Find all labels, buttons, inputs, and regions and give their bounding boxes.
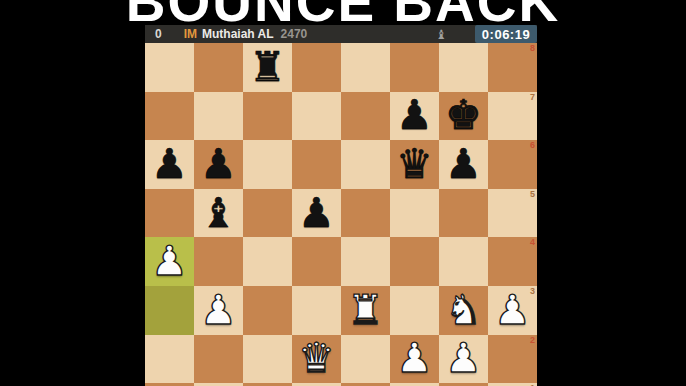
player-name[interactable]: Muthaiah AL [202, 27, 274, 41]
square-g5[interactable] [439, 189, 488, 238]
piece-white-pawn[interactable]: ♟ [200, 290, 237, 331]
square-a6[interactable]: ♟ [145, 140, 194, 189]
piece-black-pawn[interactable]: ♟ [298, 193, 335, 234]
square-f6[interactable]: ♛ [390, 140, 439, 189]
rank-label-6: 6 [530, 141, 535, 150]
rank-label-7: 7 [530, 93, 535, 102]
piece-white-pawn[interactable]: ♟ [151, 241, 188, 282]
piece-white-pawn[interactable]: ♟ [445, 338, 482, 379]
rank-label-3: 3 [530, 287, 535, 296]
square-h4[interactable]: 4 [488, 237, 537, 286]
square-g6[interactable]: ♟ [439, 140, 488, 189]
rank-label-4: 4 [530, 238, 535, 247]
square-h6[interactable]: 6 [488, 140, 537, 189]
square-b5[interactable]: ♝ [194, 189, 243, 238]
square-d8[interactable] [292, 43, 341, 92]
piece-white-rook[interactable]: ♜ [347, 290, 384, 331]
piece-black-king[interactable]: ♚ [445, 95, 482, 136]
square-f7[interactable]: ♟ [390, 92, 439, 141]
rank-label-2: 2 [530, 336, 535, 345]
square-h5[interactable]: 5 [488, 189, 537, 238]
square-e4[interactable] [341, 237, 390, 286]
square-a7[interactable] [145, 92, 194, 141]
app-screen: BOUNCE BACK 0 IM Muthaiah AL 2470 ♝ 0:06… [0, 0, 686, 386]
square-f5[interactable] [390, 189, 439, 238]
square-f4[interactable] [390, 237, 439, 286]
square-b7[interactable] [194, 92, 243, 141]
square-e2[interactable] [341, 335, 390, 384]
player-rating: 2470 [281, 27, 308, 41]
square-c7[interactable] [243, 92, 292, 141]
square-b8[interactable] [194, 43, 243, 92]
square-g7[interactable]: ♚ [439, 92, 488, 141]
piece-white-pawn[interactable]: ♟ [494, 290, 531, 331]
square-a2[interactable] [145, 335, 194, 384]
square-c5[interactable] [243, 189, 292, 238]
rank-label-5: 5 [530, 190, 535, 199]
captured-bishop-icon: ♝ [435, 28, 447, 41]
square-d3[interactable] [292, 286, 341, 335]
square-a4[interactable]: ♟ [145, 237, 194, 286]
square-d4[interactable] [292, 237, 341, 286]
player-clock: 0:06:19 [475, 25, 537, 43]
square-h2[interactable]: 2 [488, 335, 537, 384]
square-e8[interactable] [341, 43, 390, 92]
material-score: 0 [155, 27, 162, 41]
square-g2[interactable]: ♟ [439, 335, 488, 384]
piece-black-queen[interactable]: ♛ [396, 144, 433, 185]
piece-white-knight[interactable]: ♞ [445, 290, 482, 331]
piece-black-pawn[interactable]: ♟ [200, 144, 237, 185]
square-f3[interactable] [390, 286, 439, 335]
rank-label-8: 8 [530, 44, 535, 53]
square-g3[interactable]: ♞ [439, 286, 488, 335]
square-d2[interactable]: ♛ [292, 335, 341, 384]
square-b2[interactable] [194, 335, 243, 384]
piece-black-bishop[interactable]: ♝ [200, 193, 237, 234]
piece-white-queen[interactable]: ♛ [298, 338, 335, 379]
square-c2[interactable] [243, 335, 292, 384]
player-title-badge: IM [184, 27, 197, 41]
square-c4[interactable] [243, 237, 292, 286]
square-e7[interactable] [341, 92, 390, 141]
square-c8[interactable]: ♜ [243, 43, 292, 92]
square-e6[interactable] [341, 140, 390, 189]
piece-black-rook[interactable]: ♜ [249, 47, 286, 88]
square-h7[interactable]: 7 [488, 92, 537, 141]
square-b4[interactable] [194, 237, 243, 286]
square-b3[interactable]: ♟ [194, 286, 243, 335]
square-g4[interactable] [439, 237, 488, 286]
square-g8[interactable] [439, 43, 488, 92]
board-viewport: ♜8♟♚7♟♟♛♟6♝♟5♟4♟♜♞3♟♛♟♟21 [145, 43, 537, 386]
square-c3[interactable] [243, 286, 292, 335]
square-a3[interactable] [145, 286, 194, 335]
player-bar: 0 IM Muthaiah AL 2470 ♝ 0:06:19 [145, 25, 537, 43]
square-e3[interactable]: ♜ [341, 286, 390, 335]
square-b6[interactable]: ♟ [194, 140, 243, 189]
square-a5[interactable] [145, 189, 194, 238]
square-a8[interactable] [145, 43, 194, 92]
square-d5[interactable]: ♟ [292, 189, 341, 238]
square-f8[interactable] [390, 43, 439, 92]
square-d7[interactable] [292, 92, 341, 141]
square-e5[interactable] [341, 189, 390, 238]
square-h8[interactable]: 8 [488, 43, 537, 92]
piece-black-pawn[interactable]: ♟ [396, 95, 433, 136]
piece-white-pawn[interactable]: ♟ [396, 338, 433, 379]
piece-black-pawn[interactable]: ♟ [445, 144, 482, 185]
square-c6[interactable] [243, 140, 292, 189]
square-h3[interactable]: 3♟ [488, 286, 537, 335]
square-d6[interactable] [292, 140, 341, 189]
piece-black-pawn[interactable]: ♟ [151, 144, 188, 185]
chess-board[interactable]: ♜8♟♚7♟♟♛♟6♝♟5♟4♟♜♞3♟♛♟♟21 [145, 43, 537, 386]
square-f2[interactable]: ♟ [390, 335, 439, 384]
